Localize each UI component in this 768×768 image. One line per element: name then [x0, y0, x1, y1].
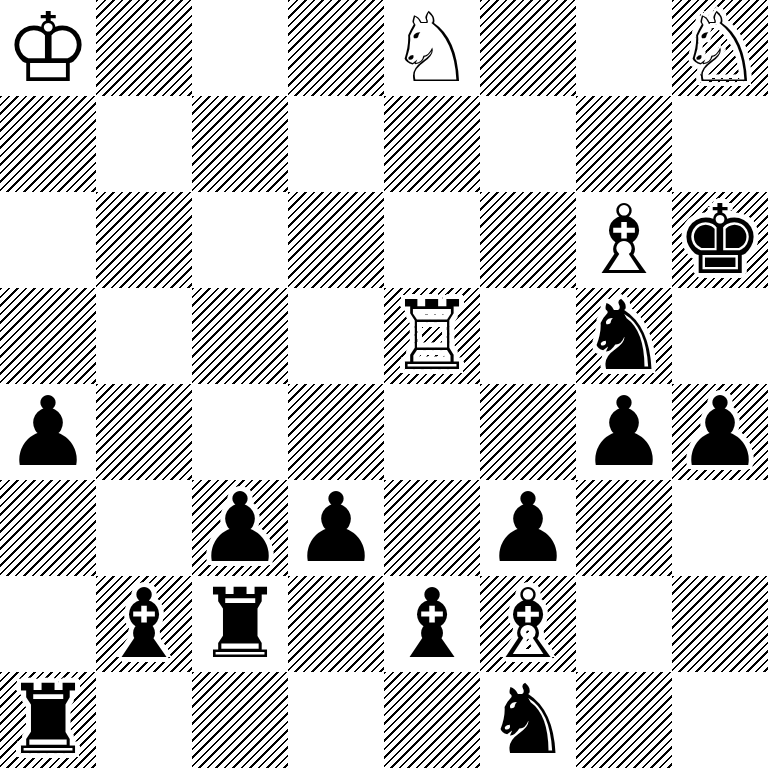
- square-e2[interactable]: ♝: [384, 576, 480, 672]
- square-f1[interactable]: ♞: [480, 672, 576, 768]
- square-g5[interactable]: ♞: [576, 288, 672, 384]
- chess-board: ♔♘♘♗♚♖♞♟♟♟♟♟♟♝♜♝♗♜♞: [0, 0, 768, 768]
- square-e1[interactable]: [384, 672, 480, 768]
- square-d5[interactable]: [288, 288, 384, 384]
- square-e3[interactable]: [384, 480, 480, 576]
- square-g6[interactable]: ♗: [576, 192, 672, 288]
- white-rook: ♖: [389, 288, 475, 384]
- square-a4[interactable]: ♟: [0, 384, 96, 480]
- square-c8[interactable]: [192, 0, 288, 96]
- black-rook: ♜: [197, 576, 283, 672]
- square-d3[interactable]: ♟: [288, 480, 384, 576]
- square-g7[interactable]: [576, 96, 672, 192]
- square-a5[interactable]: [0, 288, 96, 384]
- square-d1[interactable]: [288, 672, 384, 768]
- black-rook: ♜: [5, 672, 91, 768]
- square-h5[interactable]: [672, 288, 768, 384]
- square-c1[interactable]: [192, 672, 288, 768]
- square-e7[interactable]: [384, 96, 480, 192]
- square-e6[interactable]: [384, 192, 480, 288]
- square-b4[interactable]: [96, 384, 192, 480]
- square-d4[interactable]: [288, 384, 384, 480]
- square-g8[interactable]: [576, 0, 672, 96]
- square-f3[interactable]: ♟: [480, 480, 576, 576]
- square-f8[interactable]: [480, 0, 576, 96]
- square-e4[interactable]: [384, 384, 480, 480]
- square-b2[interactable]: ♝: [96, 576, 192, 672]
- square-b7[interactable]: [96, 96, 192, 192]
- square-a6[interactable]: [0, 192, 96, 288]
- square-h4[interactable]: ♟: [672, 384, 768, 480]
- square-f4[interactable]: [480, 384, 576, 480]
- square-f5[interactable]: [480, 288, 576, 384]
- square-b6[interactable]: [96, 192, 192, 288]
- square-a3[interactable]: [0, 480, 96, 576]
- square-h7[interactable]: [672, 96, 768, 192]
- square-d8[interactable]: [288, 0, 384, 96]
- black-knight: ♞: [485, 672, 571, 768]
- square-e8[interactable]: ♘: [384, 0, 480, 96]
- black-pawn: ♟: [677, 384, 763, 480]
- square-d6[interactable]: [288, 192, 384, 288]
- square-b3[interactable]: [96, 480, 192, 576]
- black-bishop: ♝: [389, 576, 475, 672]
- black-pawn: ♟: [5, 384, 91, 480]
- black-king: ♚: [677, 192, 763, 288]
- square-d2[interactable]: [288, 576, 384, 672]
- square-c5[interactable]: [192, 288, 288, 384]
- square-g4[interactable]: ♟: [576, 384, 672, 480]
- square-c3[interactable]: ♟: [192, 480, 288, 576]
- square-f2[interactable]: ♗: [480, 576, 576, 672]
- square-b8[interactable]: [96, 0, 192, 96]
- square-g2[interactable]: [576, 576, 672, 672]
- square-b5[interactable]: [96, 288, 192, 384]
- square-g3[interactable]: [576, 480, 672, 576]
- square-a8[interactable]: ♔: [0, 0, 96, 96]
- square-c7[interactable]: [192, 96, 288, 192]
- white-bishop: ♗: [485, 576, 571, 672]
- square-d7[interactable]: [288, 96, 384, 192]
- square-c6[interactable]: [192, 192, 288, 288]
- white-king: ♔: [5, 0, 91, 96]
- square-f6[interactable]: [480, 192, 576, 288]
- square-e5[interactable]: ♖: [384, 288, 480, 384]
- square-a1[interactable]: ♜: [0, 672, 96, 768]
- white-knight: ♘: [677, 0, 763, 96]
- white-knight: ♘: [389, 0, 475, 96]
- square-h2[interactable]: [672, 576, 768, 672]
- square-a7[interactable]: [0, 96, 96, 192]
- square-h8[interactable]: ♘: [672, 0, 768, 96]
- black-pawn: ♟: [581, 384, 667, 480]
- square-h1[interactable]: [672, 672, 768, 768]
- square-a2[interactable]: [0, 576, 96, 672]
- square-c4[interactable]: [192, 384, 288, 480]
- white-bishop: ♗: [581, 192, 667, 288]
- black-bishop: ♝: [101, 576, 187, 672]
- square-h6[interactable]: ♚: [672, 192, 768, 288]
- square-g1[interactable]: [576, 672, 672, 768]
- square-f7[interactable]: [480, 96, 576, 192]
- black-pawn: ♟: [293, 480, 379, 576]
- black-pawn: ♟: [485, 480, 571, 576]
- square-h3[interactable]: [672, 480, 768, 576]
- square-c2[interactable]: ♜: [192, 576, 288, 672]
- black-pawn: ♟: [197, 480, 283, 576]
- square-b1[interactable]: [96, 672, 192, 768]
- black-knight: ♞: [581, 288, 667, 384]
